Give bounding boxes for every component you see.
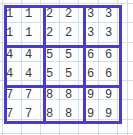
grid-cell[interactable]: 8 (65, 108, 75, 120)
grid-cell[interactable]: 6 (87, 68, 97, 80)
grid-cell[interactable]: 7 (6, 108, 16, 120)
grid-cell[interactable]: 7 (25, 89, 35, 101)
grid-cell[interactable]: 2 (46, 27, 56, 39)
grid-cell[interactable]: 1 (25, 8, 35, 20)
spreadsheet-gridline-vertical (40, 0, 41, 135)
spreadsheet-gridline-vertical (117, 0, 118, 135)
grid-cell[interactable]: 3 (87, 27, 97, 39)
grid-cell[interactable]: 3 (105, 27, 115, 39)
spreadsheet-gridline-vertical (21, 0, 22, 135)
block-border-vertical (83, 5, 86, 124)
spreadsheet-gridline-vertical (78, 0, 79, 135)
grid-cell[interactable]: 1 (25, 27, 35, 39)
spreadsheet-gridline-horizontal (0, 42, 133, 43)
block-border-horizontal (4, 121, 122, 124)
grid-cell[interactable]: 4 (6, 49, 16, 61)
spreadsheet-gridline-horizontal (0, 3, 133, 4)
grid-cell[interactable]: 8 (46, 89, 56, 101)
grid-cell[interactable]: 5 (65, 49, 75, 61)
grid-cell[interactable]: 2 (65, 8, 75, 20)
spreadsheet-canvas: 112233112233445566445566778899778899 (0, 0, 133, 135)
grid-cell[interactable]: 4 (6, 68, 16, 80)
spreadsheet-gridline-vertical (59, 0, 60, 135)
grid-cell[interactable]: 3 (105, 8, 115, 20)
grid-cell[interactable]: 1 (6, 27, 16, 39)
grid-cell[interactable]: 5 (46, 68, 56, 80)
grid-cell[interactable]: 7 (25, 108, 35, 120)
grid-cell[interactable]: 9 (105, 89, 115, 101)
spreadsheet-gridline-vertical (127, 0, 128, 135)
grid-cell[interactable]: 9 (87, 89, 97, 101)
grid-cell[interactable]: 9 (105, 108, 115, 120)
grid-cell[interactable]: 8 (46, 108, 56, 120)
grid-cell[interactable]: 6 (105, 49, 115, 61)
block-border-vertical (119, 5, 122, 124)
spreadsheet-gridline-horizontal (0, 22, 133, 23)
spreadsheet-gridline-vertical (2, 0, 3, 135)
grid-cell[interactable]: 5 (46, 49, 56, 61)
grid-cell[interactable]: 9 (87, 108, 97, 120)
spreadsheet-gridline-vertical (98, 0, 99, 135)
grid-cell[interactable]: 2 (46, 8, 56, 20)
grid-cell[interactable]: 6 (87, 49, 97, 61)
grid-cell[interactable]: 2 (65, 27, 75, 39)
grid-cell[interactable]: 1 (6, 8, 16, 20)
grid-cell[interactable]: 4 (25, 68, 35, 80)
grid-cell[interactable]: 6 (105, 68, 115, 80)
grid-cell[interactable]: 8 (65, 89, 75, 101)
grid-cell[interactable]: 7 (6, 89, 16, 101)
grid-cell[interactable]: 4 (25, 49, 35, 61)
grid-cell[interactable]: 5 (65, 68, 75, 80)
grid-cell[interactable]: 3 (87, 8, 97, 20)
spreadsheet-gridline-horizontal (0, 133, 133, 134)
